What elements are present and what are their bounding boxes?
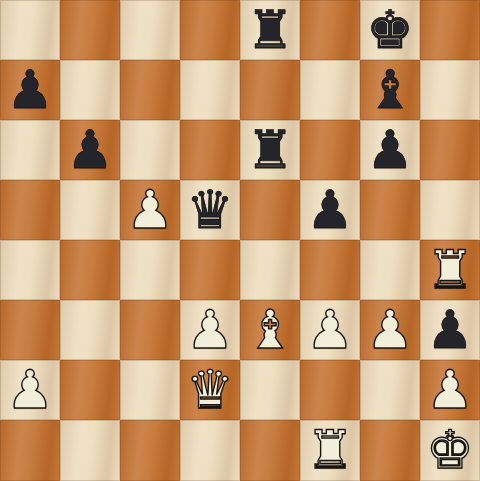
white-bishop[interactable]: ♝ bbox=[246, 303, 294, 356]
square-e6[interactable]: ♜ bbox=[240, 120, 300, 180]
square-h4[interactable]: ♜ bbox=[420, 240, 480, 300]
white-king[interactable]: ♚ bbox=[426, 423, 474, 476]
square-e1[interactable] bbox=[240, 420, 300, 481]
black-pawn[interactable]: ♟ bbox=[66, 123, 114, 176]
square-f8[interactable] bbox=[300, 0, 360, 60]
square-d5[interactable]: ♛ bbox=[180, 180, 240, 240]
square-g3[interactable]: ♟ bbox=[360, 300, 420, 360]
square-g1[interactable] bbox=[360, 420, 420, 481]
black-king[interactable]: ♚ bbox=[366, 3, 414, 56]
square-h7[interactable] bbox=[420, 60, 480, 120]
square-g5[interactable] bbox=[360, 180, 420, 240]
square-a8[interactable] bbox=[0, 0, 60, 60]
square-f2[interactable] bbox=[300, 360, 360, 420]
square-a6[interactable] bbox=[0, 120, 60, 180]
square-d7[interactable] bbox=[180, 60, 240, 120]
square-h6[interactable] bbox=[420, 120, 480, 180]
square-b5[interactable] bbox=[60, 180, 120, 240]
square-e2[interactable] bbox=[240, 360, 300, 420]
square-a7[interactable]: ♟ bbox=[0, 60, 60, 120]
square-e4[interactable] bbox=[240, 240, 300, 300]
square-h5[interactable] bbox=[420, 180, 480, 240]
square-g2[interactable] bbox=[360, 360, 420, 420]
square-f4[interactable] bbox=[300, 240, 360, 300]
square-c8[interactable] bbox=[120, 0, 180, 60]
white-pawn[interactable]: ♟ bbox=[126, 183, 174, 236]
square-h2[interactable]: ♟ bbox=[420, 360, 480, 420]
square-h1[interactable]: ♚ bbox=[420, 420, 480, 481]
square-d1[interactable] bbox=[180, 420, 240, 481]
black-rook[interactable]: ♜ bbox=[246, 123, 294, 176]
square-b8[interactable] bbox=[60, 0, 120, 60]
square-c5[interactable]: ♟ bbox=[120, 180, 180, 240]
square-d6[interactable] bbox=[180, 120, 240, 180]
square-a5[interactable] bbox=[0, 180, 60, 240]
white-pawn[interactable]: ♟ bbox=[366, 303, 414, 356]
square-c2[interactable] bbox=[120, 360, 180, 420]
square-b2[interactable] bbox=[60, 360, 120, 420]
square-a4[interactable] bbox=[0, 240, 60, 300]
square-d3[interactable]: ♟ bbox=[180, 300, 240, 360]
white-queen[interactable]: ♛ bbox=[186, 363, 234, 416]
square-f5[interactable]: ♟ bbox=[300, 180, 360, 240]
square-f6[interactable] bbox=[300, 120, 360, 180]
square-b1[interactable] bbox=[60, 420, 120, 481]
square-c3[interactable] bbox=[120, 300, 180, 360]
square-c6[interactable] bbox=[120, 120, 180, 180]
square-g4[interactable] bbox=[360, 240, 420, 300]
white-pawn[interactable]: ♟ bbox=[426, 363, 474, 416]
white-rook[interactable]: ♜ bbox=[426, 243, 474, 296]
black-pawn[interactable]: ♟ bbox=[306, 183, 354, 236]
square-b3[interactable] bbox=[60, 300, 120, 360]
black-pawn[interactable]: ♟ bbox=[426, 303, 474, 356]
white-pawn[interactable]: ♟ bbox=[6, 363, 54, 416]
black-bishop[interactable]: ♝ bbox=[366, 63, 414, 116]
square-d8[interactable] bbox=[180, 0, 240, 60]
white-pawn[interactable]: ♟ bbox=[306, 303, 354, 356]
square-e8[interactable]: ♜ bbox=[240, 0, 300, 60]
square-f3[interactable]: ♟ bbox=[300, 300, 360, 360]
black-rook[interactable]: ♜ bbox=[246, 3, 294, 56]
white-rook[interactable]: ♜ bbox=[306, 423, 354, 476]
square-a2[interactable]: ♟ bbox=[0, 360, 60, 420]
square-g7[interactable]: ♝ bbox=[360, 60, 420, 120]
square-e3[interactable]: ♝ bbox=[240, 300, 300, 360]
square-a1[interactable] bbox=[0, 420, 60, 481]
square-h3[interactable]: ♟ bbox=[420, 300, 480, 360]
square-g8[interactable]: ♚ bbox=[360, 0, 420, 60]
black-pawn[interactable]: ♟ bbox=[6, 63, 54, 116]
white-pawn[interactable]: ♟ bbox=[186, 303, 234, 356]
square-h8[interactable] bbox=[420, 0, 480, 60]
black-pawn[interactable]: ♟ bbox=[366, 123, 414, 176]
square-d2[interactable]: ♛ bbox=[180, 360, 240, 420]
square-c7[interactable] bbox=[120, 60, 180, 120]
square-f7[interactable] bbox=[300, 60, 360, 120]
square-g6[interactable]: ♟ bbox=[360, 120, 420, 180]
square-b6[interactable]: ♟ bbox=[60, 120, 120, 180]
chess-board: ♜♚♟♝♟♜♟♟♛♟♜♟♝♟♟♟♟♛♟♜♚ bbox=[0, 0, 480, 481]
square-c4[interactable] bbox=[120, 240, 180, 300]
square-b4[interactable] bbox=[60, 240, 120, 300]
square-e7[interactable] bbox=[240, 60, 300, 120]
square-c1[interactable] bbox=[120, 420, 180, 481]
square-b7[interactable] bbox=[60, 60, 120, 120]
square-f1[interactable]: ♜ bbox=[300, 420, 360, 481]
black-queen[interactable]: ♛ bbox=[186, 183, 234, 236]
square-e5[interactable] bbox=[240, 180, 300, 240]
square-d4[interactable] bbox=[180, 240, 240, 300]
square-a3[interactable] bbox=[0, 300, 60, 360]
